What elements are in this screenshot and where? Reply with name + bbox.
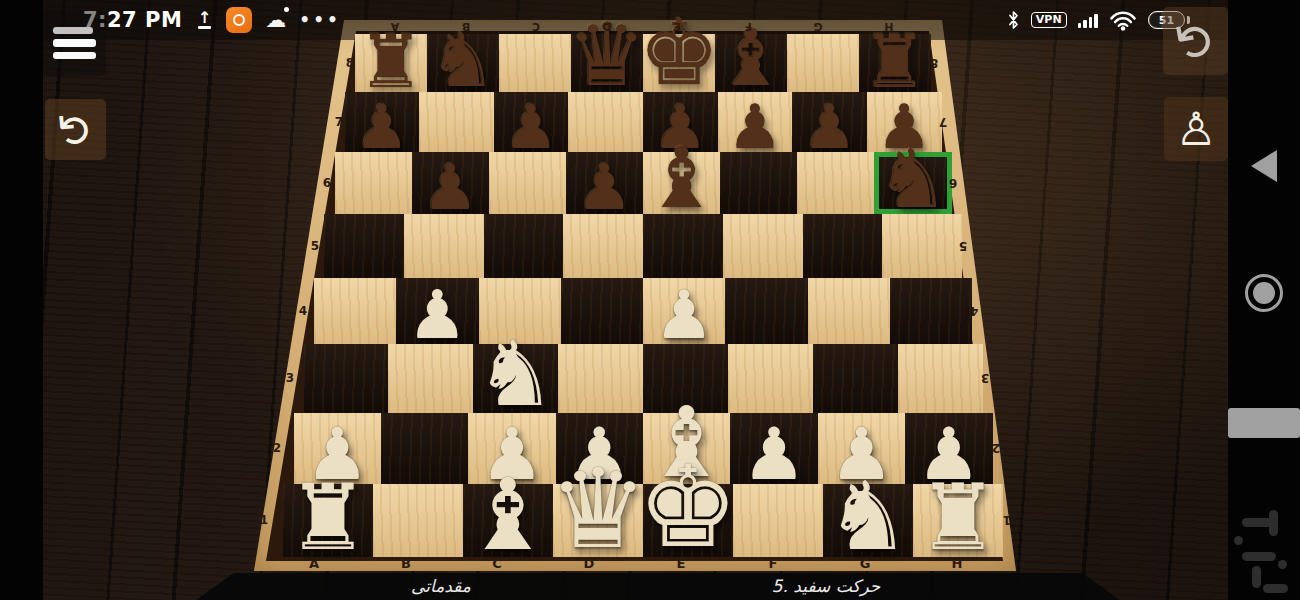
vpn-badge: VPN <box>1031 12 1067 28</box>
piece-black-pawn-a7[interactable]: ♟ <box>354 99 409 155</box>
square-h1[interactable]: ♜ <box>913 484 1003 557</box>
weather-cloud-icon: ☁ <box>265 10 286 30</box>
file-label-top-F: F <box>744 20 752 33</box>
move-number: 5. <box>772 576 788 596</box>
square-d2[interactable]: ♟ <box>556 413 643 484</box>
square-e5[interactable] <box>643 214 723 278</box>
nav-recents-button[interactable] <box>1228 408 1300 438</box>
board-row-rank-2: ♟♟♟♝♟♟♟ <box>294 413 993 484</box>
file-label-top-D: D <box>602 20 611 33</box>
menu-bar <box>53 27 93 35</box>
file-label-top-G: G <box>813 20 822 33</box>
square-h4[interactable] <box>890 278 972 344</box>
app-screen: ♜♞♛♚♝♜♟♟♟♟♟♟♟♟♝♞♟♟♞♟♟♟♝♟♟♟♜♝♛♚♞♜AABBCCDD… <box>0 0 1300 600</box>
square-b5[interactable] <box>404 214 484 278</box>
square-b8[interactable]: ♞ <box>427 34 499 92</box>
piece-black-bishop-e6[interactable]: ♝ <box>644 140 719 217</box>
board-row-rank-5 <box>324 214 962 278</box>
square-d1[interactable]: ♛ <box>553 484 643 557</box>
square-a8[interactable]: ♜ <box>355 34 427 92</box>
restart-icon: ↺ <box>52 109 99 150</box>
square-c8[interactable] <box>499 34 571 92</box>
square-g4[interactable] <box>808 278 890 344</box>
piece-black-rook-a8[interactable]: ♜ <box>358 28 423 95</box>
undo-icon: ↺ <box>1167 16 1224 66</box>
square-c1[interactable]: ♝ <box>463 484 553 557</box>
undo-move-button[interactable]: ↺ <box>1163 7 1228 75</box>
square-d5[interactable] <box>563 214 643 278</box>
file-label-bottom-C: C <box>492 556 502 571</box>
square-d3[interactable] <box>558 344 643 413</box>
piece-black-bishop-f8[interactable]: ♝ <box>716 22 787 95</box>
piece-black-pawn-c7[interactable]: ♟ <box>504 99 559 155</box>
square-c7[interactable]: ♟ <box>494 92 569 152</box>
left-black-strip <box>0 0 43 600</box>
difficulty-label: مقدماتی <box>381 576 501 596</box>
square-b7[interactable] <box>419 92 494 152</box>
signal-icon <box>1078 13 1098 28</box>
rank-label-right-4: 4 <box>970 304 978 318</box>
square-c5[interactable] <box>484 214 564 278</box>
rank-label-left-7: 7 <box>335 115 343 129</box>
square-c6[interactable] <box>489 152 566 214</box>
square-b6[interactable]: ♟ <box>412 152 489 214</box>
square-c4[interactable] <box>479 278 561 344</box>
rank-label-right-5: 5 <box>959 239 967 253</box>
menu-button[interactable] <box>43 10 106 76</box>
file-label-bottom-E: E <box>677 556 686 571</box>
board-row-rank-7: ♟♟♟♟♟♟ <box>345 92 942 152</box>
square-b2[interactable] <box>381 413 468 484</box>
square-f2[interactable]: ♟ <box>730 413 817 484</box>
file-label-bottom-A: A <box>309 556 319 571</box>
square-b1[interactable] <box>373 484 463 557</box>
rank-label-right-1: 1 <box>1003 513 1011 527</box>
square-e1[interactable]: ♚ <box>643 484 733 557</box>
piece-style-button[interactable]: ♙ <box>1164 97 1228 161</box>
square-g1[interactable]: ♞ <box>823 484 913 557</box>
square-h3[interactable] <box>898 344 983 413</box>
rank-label-left-1: 1 <box>260 513 268 527</box>
square-a6[interactable] <box>335 152 412 214</box>
square-e3[interactable] <box>643 344 728 413</box>
file-label-bottom-B: B <box>401 556 411 571</box>
rank-label-right-6: 6 <box>949 176 957 190</box>
piece-white-pawn-c2[interactable]: ♟ <box>480 421 545 487</box>
square-d4[interactable] <box>561 278 643 344</box>
square-d6[interactable]: ♟ <box>566 152 643 214</box>
square-a3[interactable] <box>304 344 389 413</box>
board-row-rank-1: ♜♝♛♚♞♜ <box>283 484 1003 557</box>
square-b3[interactable] <box>388 344 473 413</box>
board-row-rank-8: ♜♞♛♚♝♜ <box>355 34 931 92</box>
notification-app-icon <box>226 7 252 33</box>
piece-white-rook-a1[interactable]: ♜ <box>287 476 369 560</box>
square-h2[interactable]: ♟ <box>905 413 992 484</box>
bluetooth-icon <box>1007 10 1020 30</box>
board-row-rank-4: ♟♟ <box>314 278 972 344</box>
rank-label-right-7: 7 <box>939 115 947 129</box>
file-label-top-E: E <box>673 20 681 33</box>
piece-white-pawn-b4[interactable]: ♟ <box>407 285 467 347</box>
square-a7[interactable]: ♟ <box>345 92 420 152</box>
square-f6[interactable] <box>720 152 797 214</box>
menu-bar <box>53 52 96 60</box>
wifi-icon <box>1109 10 1137 31</box>
rank-label-left-3: 3 <box>286 371 294 385</box>
square-g8[interactable] <box>787 34 859 92</box>
home-circle-icon <box>1245 274 1283 312</box>
piece-white-pawn-f2[interactable]: ♟ <box>742 421 807 487</box>
square-f5[interactable] <box>723 214 803 278</box>
square-a4[interactable] <box>314 278 396 344</box>
square-f3[interactable] <box>728 344 813 413</box>
rank-label-left-4: 4 <box>299 304 307 318</box>
piece-black-pawn-g7[interactable]: ♟ <box>802 99 857 155</box>
square-f1[interactable] <box>733 484 823 557</box>
recents-square-icon <box>1228 408 1300 438</box>
square-a1[interactable]: ♜ <box>283 484 373 557</box>
piece-white-rook-h1[interactable]: ♜ <box>917 476 999 560</box>
file-label-top-C: C <box>532 20 540 33</box>
rank-label-right-3: 3 <box>981 371 989 385</box>
square-e2[interactable]: ♝ <box>643 413 730 484</box>
file-label-top-B: B <box>462 20 470 33</box>
piece-white-knight-c3[interactable]: ♞ <box>475 333 556 416</box>
square-h6[interactable]: ♞ <box>874 152 951 214</box>
rank-label-left-8: 8 <box>346 56 354 70</box>
square-f7[interactable]: ♟ <box>718 92 793 152</box>
rank-label-left-5: 5 <box>311 239 319 253</box>
board-row-rank-6: ♟♟♝♞ <box>335 152 952 214</box>
piece-black-knight-b8[interactable]: ♞ <box>429 26 496 95</box>
square-a5[interactable] <box>324 214 404 278</box>
square-b4[interactable]: ♟ <box>396 278 478 344</box>
square-h8[interactable]: ♜ <box>859 34 931 92</box>
overflow-dots-icon: ••• <box>299 10 341 30</box>
square-e4[interactable]: ♟ <box>643 278 725 344</box>
nav-back-button[interactable] <box>1228 150 1300 182</box>
square-d8[interactable]: ♛ <box>571 34 643 92</box>
file-label-top-A: A <box>391 20 400 33</box>
square-e8[interactable]: ♚ <box>643 34 715 92</box>
piece-white-knight-g1[interactable]: ♞ <box>825 473 910 560</box>
upload-icon: ↑ <box>195 11 213 29</box>
square-h5[interactable] <box>882 214 962 278</box>
file-label-top-H: H <box>884 20 893 33</box>
square-e6[interactable]: ♝ <box>643 152 720 214</box>
square-f4[interactable] <box>725 278 807 344</box>
file-label-bottom-H: H <box>952 556 963 571</box>
square-d7[interactable] <box>568 92 643 152</box>
piece-black-knight-h6[interactable]: ♞ <box>877 142 950 217</box>
pawn-icon: ♙ <box>1175 106 1216 152</box>
square-g6[interactable] <box>797 152 874 214</box>
rank-label-left-6: 6 <box>323 176 331 190</box>
rank-label-left-2: 2 <box>273 441 281 455</box>
piece-black-rook-h8[interactable]: ♜ <box>862 28 927 95</box>
restart-game-button[interactable]: ↺ <box>45 99 106 160</box>
square-c3[interactable]: ♞ <box>473 344 558 413</box>
menu-bar <box>53 39 96 47</box>
piece-white-pawn-h2[interactable]: ♟ <box>917 421 982 487</box>
back-triangle-icon <box>1251 150 1277 182</box>
square-c2[interactable]: ♟ <box>468 413 555 484</box>
piece-black-pawn-e7[interactable]: ♟ <box>653 99 708 155</box>
file-label-bottom-F: F <box>769 556 778 571</box>
piece-white-pawn-g2[interactable]: ♟ <box>829 421 894 487</box>
square-a2[interactable]: ♟ <box>294 413 381 484</box>
piece-white-pawn-a2[interactable]: ♟ <box>305 421 370 487</box>
piece-white-pawn-d2[interactable]: ♟ <box>567 421 632 487</box>
square-h7[interactable]: ♟ <box>867 92 942 152</box>
piece-black-pawn-f7[interactable]: ♟ <box>728 99 783 155</box>
file-label-bottom-D: D <box>584 556 595 571</box>
piece-black-pawn-d6[interactable]: ♟ <box>576 159 632 217</box>
square-g5[interactable] <box>803 214 883 278</box>
square-g2[interactable]: ♟ <box>818 413 905 484</box>
rank-label-right-2: 2 <box>992 441 1000 455</box>
piece-white-pawn-e4[interactable]: ♟ <box>654 285 714 347</box>
bottom-info-bar: مقدماتی 5. حرکت سفید <box>196 573 1120 600</box>
turn-label: حرکت سفید <box>793 576 880 596</box>
square-e7[interactable]: ♟ <box>643 92 718 152</box>
square-f8[interactable]: ♝ <box>715 34 787 92</box>
store-watermark-logo <box>1232 502 1298 598</box>
turn-indicator: 5. حرکت سفید <box>731 576 921 596</box>
piece-black-pawn-b6[interactable]: ♟ <box>422 159 478 217</box>
nav-home-button[interactable] <box>1228 274 1300 312</box>
board-row-rank-3: ♞ <box>304 344 983 413</box>
square-g7[interactable]: ♟ <box>792 92 867 152</box>
piece-black-pawn-h7[interactable]: ♟ <box>877 99 932 155</box>
square-g3[interactable] <box>813 344 898 413</box>
file-label-bottom-G: G <box>860 556 871 571</box>
rank-label-right-8: 8 <box>930 56 938 70</box>
